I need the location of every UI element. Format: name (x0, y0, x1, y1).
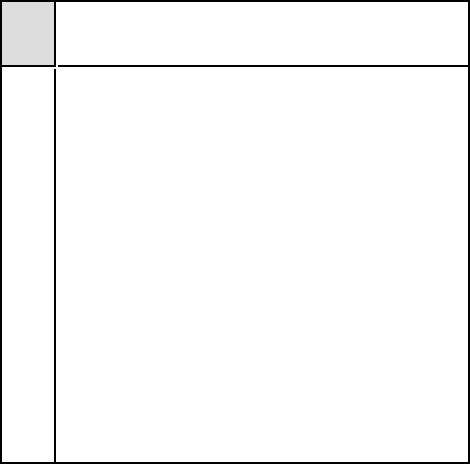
column-clues-area (58, 2, 468, 67)
nonogram-puzzle (0, 0, 470, 464)
row-clues-area (2, 69, 56, 463)
corner-watermark-block (2, 2, 56, 67)
puzzle-board (58, 69, 468, 463)
